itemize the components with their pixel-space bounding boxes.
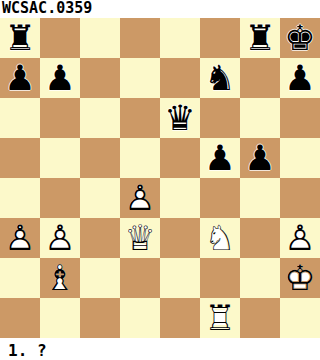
square-h8[interactable]: ♚ [280, 18, 320, 58]
square-d2[interactable] [120, 258, 160, 298]
square-e7[interactable] [160, 58, 200, 98]
piece-black-king: ♚ [280, 18, 320, 58]
square-a8[interactable]: ♜ [0, 18, 40, 58]
piece-white-knight-outline: ♘ [200, 218, 240, 258]
piece-white-pawn: ♟ [120, 178, 160, 218]
square-h7[interactable]: ♟ [280, 58, 320, 98]
piece-black-pawn: ♟ [200, 138, 240, 178]
piece-white-pawn-outline: ♙ [0, 218, 40, 258]
square-c3[interactable] [80, 218, 120, 258]
square-b3[interactable]: ♟♙ [40, 218, 80, 258]
piece-black-queen: ♛ [160, 98, 200, 138]
square-h6[interactable] [280, 98, 320, 138]
square-e5[interactable] [160, 138, 200, 178]
square-b4[interactable] [40, 178, 80, 218]
square-f4[interactable] [200, 178, 240, 218]
piece-black-knight: ♞ [200, 58, 240, 98]
square-d6[interactable] [120, 98, 160, 138]
piece-white-king-outline: ♔ [280, 258, 320, 298]
square-c6[interactable] [80, 98, 120, 138]
piece-black-rook: ♜ [0, 18, 40, 58]
square-c7[interactable] [80, 58, 120, 98]
piece-white-bishop-outline: ♗ [40, 258, 80, 298]
square-b6[interactable] [40, 98, 80, 138]
piece-white-pawn-outline: ♙ [120, 178, 160, 218]
square-a6[interactable] [0, 98, 40, 138]
square-a1[interactable] [0, 298, 40, 338]
piece-black-pawn: ♟ [280, 58, 320, 98]
square-e1[interactable] [160, 298, 200, 338]
square-g3[interactable] [240, 218, 280, 258]
square-b2[interactable]: ♝♗ [40, 258, 80, 298]
square-h2[interactable]: ♚♔ [280, 258, 320, 298]
square-g2[interactable] [240, 258, 280, 298]
square-g1[interactable] [240, 298, 280, 338]
piece-white-king: ♚ [280, 258, 320, 298]
piece-white-pawn-outline: ♙ [40, 218, 80, 258]
square-b1[interactable] [40, 298, 80, 338]
square-a7[interactable]: ♟ [0, 58, 40, 98]
square-e2[interactable] [160, 258, 200, 298]
square-h3[interactable]: ♟♙ [280, 218, 320, 258]
square-c2[interactable] [80, 258, 120, 298]
square-a3[interactable]: ♟♙ [0, 218, 40, 258]
piece-white-pawn-outline: ♙ [280, 218, 320, 258]
piece-white-rook: ♜ [200, 298, 240, 338]
square-e4[interactable] [160, 178, 200, 218]
square-a4[interactable] [0, 178, 40, 218]
square-g6[interactable] [240, 98, 280, 138]
square-d1[interactable] [120, 298, 160, 338]
move-prompt: 1. ? [0, 338, 320, 360]
piece-black-rook: ♜ [240, 18, 280, 58]
square-h4[interactable] [280, 178, 320, 218]
piece-white-knight: ♞ [200, 218, 240, 258]
square-d8[interactable] [120, 18, 160, 58]
piece-white-queen-outline: ♕ [120, 218, 160, 258]
square-c4[interactable] [80, 178, 120, 218]
square-b5[interactable] [40, 138, 80, 178]
piece-white-pawn: ♟ [0, 218, 40, 258]
piece-white-rook-outline: ♖ [200, 298, 240, 338]
square-f3[interactable]: ♞♘ [200, 218, 240, 258]
square-h1[interactable] [280, 298, 320, 338]
chess-board: ♜♜♚♟♟♞♟♛♟♟♟♙♟♙♟♙♛♕♞♘♟♙♝♗♚♔♜♖ [0, 18, 320, 338]
square-c8[interactable] [80, 18, 120, 58]
square-b7[interactable]: ♟ [40, 58, 80, 98]
piece-black-pawn: ♟ [40, 58, 80, 98]
square-h5[interactable] [280, 138, 320, 178]
square-d3[interactable]: ♛♕ [120, 218, 160, 258]
square-g4[interactable] [240, 178, 280, 218]
diagram-title: WCSAC.0359 [0, 0, 320, 18]
piece-white-bishop: ♝ [40, 258, 80, 298]
square-a5[interactable] [0, 138, 40, 178]
piece-white-pawn: ♟ [40, 218, 80, 258]
square-f6[interactable] [200, 98, 240, 138]
piece-white-pawn: ♟ [280, 218, 320, 258]
square-e6[interactable]: ♛ [160, 98, 200, 138]
square-e8[interactable] [160, 18, 200, 58]
square-f7[interactable]: ♞ [200, 58, 240, 98]
square-d4[interactable]: ♟♙ [120, 178, 160, 218]
square-g7[interactable] [240, 58, 280, 98]
piece-black-pawn: ♟ [240, 138, 280, 178]
square-g5[interactable]: ♟ [240, 138, 280, 178]
square-e3[interactable] [160, 218, 200, 258]
square-f5[interactable]: ♟ [200, 138, 240, 178]
square-c5[interactable] [80, 138, 120, 178]
square-f1[interactable]: ♜♖ [200, 298, 240, 338]
square-g8[interactable]: ♜ [240, 18, 280, 58]
square-f2[interactable] [200, 258, 240, 298]
square-a2[interactable] [0, 258, 40, 298]
square-f8[interactable] [200, 18, 240, 58]
chess-diagram: WCSAC.0359 ♜♜♚♟♟♞♟♛♟♟♟♙♟♙♟♙♛♕♞♘♟♙♝♗♚♔♜♖ … [0, 0, 320, 360]
square-d5[interactable] [120, 138, 160, 178]
piece-white-queen: ♛ [120, 218, 160, 258]
square-d7[interactable] [120, 58, 160, 98]
square-c1[interactable] [80, 298, 120, 338]
piece-black-pawn: ♟ [0, 58, 40, 98]
square-b8[interactable] [40, 18, 80, 58]
